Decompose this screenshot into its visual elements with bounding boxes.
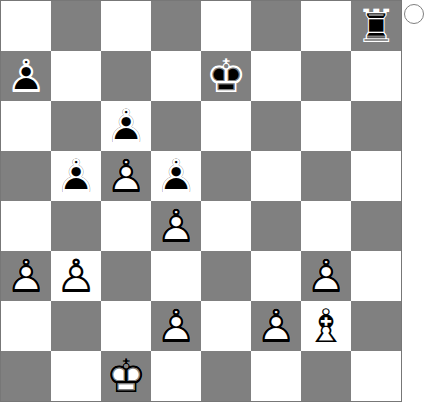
piece-black-pawn[interactable]: ♟♙ — [151, 151, 201, 201]
square-b3[interactable]: ♟♙ — [51, 251, 101, 301]
black-pawn-fill-glyph: ♟ — [151, 151, 201, 201]
square-a1[interactable] — [1, 351, 51, 401]
square-d4[interactable]: ♟♙ — [151, 201, 201, 251]
black-pawn-outline-glyph: ♙ — [1, 51, 51, 101]
square-b1[interactable] — [51, 351, 101, 401]
square-c6[interactable]: ♟♙ — [101, 101, 151, 151]
white-king-fill-glyph: ♚ — [101, 351, 151, 401]
square-g8[interactable] — [301, 1, 351, 51]
square-b4[interactable] — [51, 201, 101, 251]
black-pawn-fill-glyph: ♟ — [1, 51, 51, 101]
square-e5[interactable] — [201, 151, 251, 201]
white-king-outline-glyph: ♔ — [101, 351, 151, 401]
white-pawn-outline-glyph: ♙ — [151, 201, 201, 251]
white-pawn-fill-glyph: ♟ — [301, 251, 351, 301]
square-e7[interactable]: ♚♔ — [201, 51, 251, 101]
square-f5[interactable] — [251, 151, 301, 201]
white-pawn-fill-glyph: ♟ — [251, 301, 301, 351]
square-a6[interactable] — [1, 101, 51, 151]
square-h4[interactable] — [351, 201, 401, 251]
white-pawn-outline-glyph: ♙ — [251, 301, 301, 351]
white-pawn-fill-glyph: ♟ — [1, 251, 51, 301]
square-a5[interactable] — [1, 151, 51, 201]
square-g4[interactable] — [301, 201, 351, 251]
piece-white-pawn[interactable]: ♟♙ — [151, 201, 201, 251]
piece-black-king[interactable]: ♚♔ — [201, 51, 251, 101]
white-pawn-fill-glyph: ♟ — [51, 251, 101, 301]
square-e8[interactable] — [201, 1, 251, 51]
square-c1[interactable]: ♚♔ — [101, 351, 151, 401]
piece-black-pawn[interactable]: ♟♙ — [51, 151, 101, 201]
white-pawn-outline-glyph: ♙ — [51, 251, 101, 301]
white-pawn-outline-glyph: ♙ — [151, 301, 201, 351]
square-g6[interactable] — [301, 101, 351, 151]
black-pawn-outline-glyph: ♙ — [151, 151, 201, 201]
square-e6[interactable] — [201, 101, 251, 151]
square-f4[interactable] — [251, 201, 301, 251]
square-e3[interactable] — [201, 251, 251, 301]
square-h5[interactable] — [351, 151, 401, 201]
piece-white-bishop[interactable]: ♝♗ — [301, 301, 351, 351]
chess-board: ♜♖♟♙♚♔♟♙♟♙♟♙♟♙♟♙♟♙♟♙♟♙♟♙♟♙♝♗♚♔ — [0, 0, 402, 402]
square-b6[interactable] — [51, 101, 101, 151]
square-f7[interactable] — [251, 51, 301, 101]
piece-white-pawn[interactable]: ♟♙ — [301, 251, 351, 301]
black-rook-outline-glyph: ♖ — [351, 1, 401, 51]
square-c8[interactable] — [101, 1, 151, 51]
square-b2[interactable] — [51, 301, 101, 351]
square-b8[interactable] — [51, 1, 101, 51]
square-c5[interactable]: ♟♙ — [101, 151, 151, 201]
square-c2[interactable] — [101, 301, 151, 351]
white-pawn-outline-glyph: ♙ — [1, 251, 51, 301]
square-c4[interactable] — [101, 201, 151, 251]
square-a2[interactable] — [1, 301, 51, 351]
piece-white-pawn[interactable]: ♟♙ — [151, 301, 201, 351]
black-pawn-outline-glyph: ♙ — [51, 151, 101, 201]
white-bishop-fill-glyph: ♝ — [301, 301, 351, 351]
square-d1[interactable] — [151, 351, 201, 401]
piece-black-rook[interactable]: ♜♖ — [351, 1, 401, 51]
white-pawn-outline-glyph: ♙ — [301, 251, 351, 301]
square-h1[interactable] — [351, 351, 401, 401]
square-g2[interactable]: ♝♗ — [301, 301, 351, 351]
square-h3[interactable] — [351, 251, 401, 301]
square-b7[interactable] — [51, 51, 101, 101]
square-a7[interactable]: ♟♙ — [1, 51, 51, 101]
square-g3[interactable]: ♟♙ — [301, 251, 351, 301]
piece-white-pawn[interactable]: ♟♙ — [51, 251, 101, 301]
white-to-move-indicator — [404, 4, 424, 24]
square-g7[interactable] — [301, 51, 351, 101]
piece-white-pawn[interactable]: ♟♙ — [251, 301, 301, 351]
square-f2[interactable]: ♟♙ — [251, 301, 301, 351]
piece-black-pawn[interactable]: ♟♙ — [1, 51, 51, 101]
square-h2[interactable] — [351, 301, 401, 351]
black-pawn-outline-glyph: ♙ — [101, 101, 151, 151]
black-king-fill-glyph: ♚ — [201, 51, 251, 101]
square-g1[interactable] — [301, 351, 351, 401]
piece-black-pawn[interactable]: ♟♙ — [101, 101, 151, 151]
white-pawn-fill-glyph: ♟ — [151, 301, 201, 351]
piece-white-pawn[interactable]: ♟♙ — [1, 251, 51, 301]
square-d5[interactable]: ♟♙ — [151, 151, 201, 201]
square-b5[interactable]: ♟♙ — [51, 151, 101, 201]
square-d3[interactable] — [151, 251, 201, 301]
square-e1[interactable] — [201, 351, 251, 401]
square-g5[interactable] — [301, 151, 351, 201]
square-h8[interactable]: ♜♖ — [351, 1, 401, 51]
square-h6[interactable] — [351, 101, 401, 151]
square-a3[interactable]: ♟♙ — [1, 251, 51, 301]
square-h7[interactable] — [351, 51, 401, 101]
white-pawn-fill-glyph: ♟ — [101, 151, 151, 201]
square-f3[interactable] — [251, 251, 301, 301]
square-d8[interactable] — [151, 1, 201, 51]
piece-white-pawn[interactable]: ♟♙ — [101, 151, 151, 201]
square-f6[interactable] — [251, 101, 301, 151]
black-rook-fill-glyph: ♜ — [351, 1, 401, 51]
square-d6[interactable] — [151, 101, 201, 151]
white-pawn-outline-glyph: ♙ — [101, 151, 151, 201]
white-pawn-fill-glyph: ♟ — [151, 201, 201, 251]
square-f8[interactable] — [251, 1, 301, 51]
square-c7[interactable] — [101, 51, 151, 101]
square-d2[interactable]: ♟♙ — [151, 301, 201, 351]
square-e4[interactable] — [201, 201, 251, 251]
square-d7[interactable] — [151, 51, 201, 101]
black-pawn-fill-glyph: ♟ — [51, 151, 101, 201]
white-bishop-outline-glyph: ♗ — [301, 301, 351, 351]
chess-diagram: ♜♖♟♙♚♔♟♙♟♙♟♙♟♙♟♙♟♙♟♙♟♙♟♙♟♙♝♗♚♔ — [0, 0, 427, 402]
square-c3[interactable] — [101, 251, 151, 301]
square-f1[interactable] — [251, 351, 301, 401]
square-a8[interactable] — [1, 1, 51, 51]
square-e2[interactable] — [201, 301, 251, 351]
piece-white-king[interactable]: ♚♔ — [101, 351, 151, 401]
black-king-outline-glyph: ♔ — [201, 51, 251, 101]
square-a4[interactable] — [1, 201, 51, 251]
black-pawn-fill-glyph: ♟ — [101, 101, 151, 151]
